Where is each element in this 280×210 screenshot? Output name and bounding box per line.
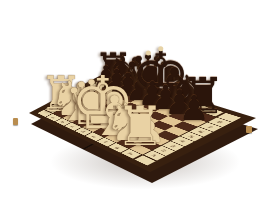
clasp-right (246, 126, 252, 133)
chess-set-photo: aa88bb77cc66dd55ee44ff33gg22hh11 ♜♞♟♝♟♛♟… (0, 0, 280, 210)
pieces-layer: ♜♞♟♝♟♛♟♟♚♟♝♟♟♞♜♟♟♜♞♟♟♝♟♛♟♚♟♝♟♞♟♜ (0, 0, 280, 210)
clasp-left (13, 118, 18, 125)
piece-white-rook: ♜ (116, 100, 165, 154)
piece-black-pawn: ♟ (179, 91, 210, 125)
